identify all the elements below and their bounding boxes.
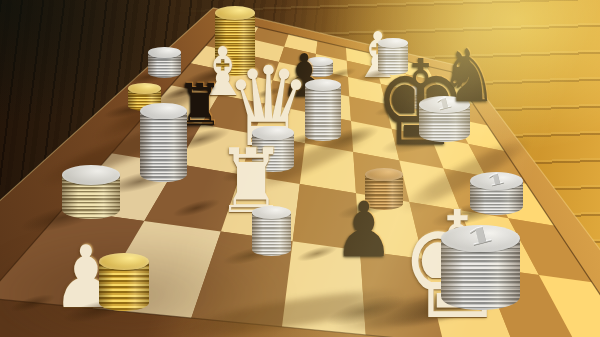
coin-stack-body [252,213,291,256]
coin-stack-silver-gold-a2 [62,165,120,219]
coin-top-face [215,6,255,20]
coin-denomination-mark: 1 [464,221,497,252]
coin-stack-body [140,111,187,182]
coin-top-face: 1 [441,225,520,252]
coin-top-face [148,47,181,58]
coin-stack-silver-g1: 1 [441,225,520,310]
coin-stack-silver-off-board-table [148,47,181,78]
chess-photo-scene: ♟♝♛♜♜♟♝♚♞♟♚111 [0,0,600,337]
coin-stack-silver-a3 [140,103,187,182]
coin-stack-body [305,85,341,141]
coin-top-face [140,103,187,119]
coin-stack-gold-b1 [99,253,149,311]
coin-top-face [99,253,149,270]
coin-stack-silver-d4 [305,79,341,141]
coin-stack-silver-c1 [252,206,291,256]
coin-top-face [252,206,291,219]
coin-top-face [128,83,161,94]
coin-top-face [62,165,120,185]
coin-top-face [365,168,403,181]
